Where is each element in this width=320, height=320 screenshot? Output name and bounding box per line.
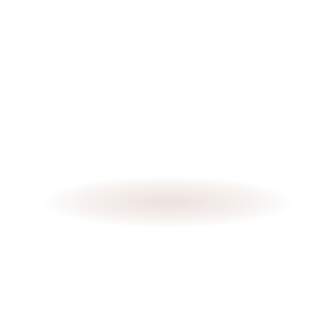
chess-board	[0, 0, 320, 320]
product-photo	[0, 0, 320, 320]
floor-shadow	[40, 176, 296, 228]
